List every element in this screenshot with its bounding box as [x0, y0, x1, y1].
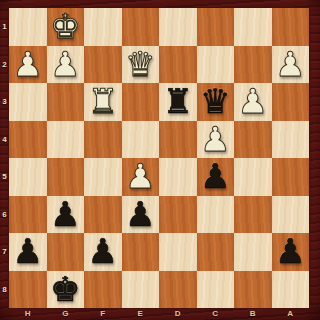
square-d4[interactable] — [159, 121, 197, 159]
square-e7[interactable] — [122, 233, 160, 271]
square-h2[interactable]: ♟ — [9, 46, 47, 84]
file-label-c: C — [209, 309, 221, 318]
white-king[interactable]: ♚ — [50, 8, 80, 45]
black-rook[interactable]: ♜ — [163, 83, 193, 120]
square-f7[interactable]: ♟ — [84, 233, 122, 271]
black-pawn[interactable]: ♟ — [200, 158, 230, 195]
white-pawn[interactable]: ♟ — [125, 158, 155, 195]
square-h1[interactable] — [9, 8, 47, 46]
square-g2[interactable]: ♟ — [47, 46, 85, 84]
square-b7[interactable] — [234, 233, 272, 271]
square-f1[interactable] — [84, 8, 122, 46]
square-e3[interactable] — [122, 83, 160, 121]
square-g4[interactable] — [47, 121, 85, 159]
file-label-e: E — [134, 309, 146, 318]
square-b3[interactable]: ♟ — [234, 83, 272, 121]
square-f5[interactable] — [84, 158, 122, 196]
square-d1[interactable] — [159, 8, 197, 46]
square-c3[interactable]: ♛ — [197, 83, 235, 121]
square-e6[interactable]: ♟ — [122, 196, 160, 234]
black-king[interactable]: ♚ — [50, 271, 80, 308]
file-label-a: A — [284, 309, 296, 318]
black-pawn[interactable]: ♟ — [88, 233, 118, 270]
square-d8[interactable] — [159, 271, 197, 309]
square-g1[interactable]: ♚ — [47, 8, 85, 46]
white-pawn[interactable]: ♟ — [238, 83, 268, 120]
square-d7[interactable] — [159, 233, 197, 271]
white-pawn[interactable]: ♟ — [200, 121, 230, 158]
square-e2[interactable]: ♛ — [122, 46, 160, 84]
white-rook[interactable]: ♜ — [88, 83, 118, 120]
square-h4[interactable] — [9, 121, 47, 159]
file-label-f: F — [97, 309, 109, 318]
white-pawn[interactable]: ♟ — [275, 46, 305, 83]
white-pawn[interactable]: ♟ — [50, 46, 80, 83]
file-label-h: H — [22, 309, 34, 318]
rank-label-6: 6 — [0, 210, 9, 219]
square-f6[interactable] — [84, 196, 122, 234]
black-pawn[interactable]: ♟ — [50, 196, 80, 233]
square-c2[interactable] — [197, 46, 235, 84]
square-b5[interactable] — [234, 158, 272, 196]
rank-label-5: 5 — [0, 172, 9, 181]
square-f4[interactable] — [84, 121, 122, 159]
white-queen[interactable]: ♛ — [125, 46, 155, 83]
square-c6[interactable] — [197, 196, 235, 234]
square-c1[interactable] — [197, 8, 235, 46]
square-b2[interactable] — [234, 46, 272, 84]
rank-label-4: 4 — [0, 135, 9, 144]
square-b8[interactable] — [234, 271, 272, 309]
file-label-b: B — [247, 309, 259, 318]
square-g5[interactable] — [47, 158, 85, 196]
square-h7[interactable]: ♟ — [9, 233, 47, 271]
black-pawn[interactable]: ♟ — [275, 233, 305, 270]
white-pawn[interactable]: ♟ — [13, 46, 43, 83]
square-b1[interactable] — [234, 8, 272, 46]
square-d3[interactable]: ♜ — [159, 83, 197, 121]
square-f2[interactable] — [84, 46, 122, 84]
square-f8[interactable] — [84, 271, 122, 309]
rank-label-7: 7 — [0, 247, 9, 256]
square-e1[interactable] — [122, 8, 160, 46]
square-b4[interactable] — [234, 121, 272, 159]
square-e5[interactable]: ♟ — [122, 158, 160, 196]
chess-board: ♚♟♟♛♟♜♜♛♟♟♟♟♟♟♟♟♟♚ — [9, 8, 309, 308]
chess-app-window: ♚♟♟♛♟♜♜♛♟♟♟♟♟♟♟♟♟♚ 12345678HGFEDCBA — [0, 0, 320, 320]
square-b6[interactable] — [234, 196, 272, 234]
square-c4[interactable]: ♟ — [197, 121, 235, 159]
black-pawn[interactable]: ♟ — [125, 196, 155, 233]
rank-label-3: 3 — [0, 97, 9, 106]
square-c7[interactable] — [197, 233, 235, 271]
square-f3[interactable]: ♜ — [84, 83, 122, 121]
square-a2[interactable]: ♟ — [272, 46, 310, 84]
square-h3[interactable] — [9, 83, 47, 121]
rank-label-8: 8 — [0, 285, 9, 294]
square-d6[interactable] — [159, 196, 197, 234]
square-g6[interactable]: ♟ — [47, 196, 85, 234]
square-e4[interactable] — [122, 121, 160, 159]
square-h8[interactable] — [9, 271, 47, 309]
square-a8[interactable] — [272, 271, 310, 309]
square-g8[interactable]: ♚ — [47, 271, 85, 309]
square-h5[interactable] — [9, 158, 47, 196]
square-c8[interactable] — [197, 271, 235, 309]
rank-label-1: 1 — [0, 22, 9, 31]
square-a4[interactable] — [272, 121, 310, 159]
square-a6[interactable] — [272, 196, 310, 234]
file-label-g: G — [59, 309, 71, 318]
square-g7[interactable] — [47, 233, 85, 271]
square-h6[interactable] — [9, 196, 47, 234]
square-a7[interactable]: ♟ — [272, 233, 310, 271]
square-c5[interactable]: ♟ — [197, 158, 235, 196]
square-d5[interactable] — [159, 158, 197, 196]
square-a5[interactable] — [272, 158, 310, 196]
square-d2[interactable] — [159, 46, 197, 84]
square-e8[interactable] — [122, 271, 160, 309]
square-a1[interactable] — [272, 8, 310, 46]
black-pawn[interactable]: ♟ — [13, 233, 43, 270]
square-g3[interactable] — [47, 83, 85, 121]
square-a3[interactable] — [272, 83, 310, 121]
black-queen[interactable]: ♛ — [200, 83, 230, 120]
file-label-d: D — [172, 309, 184, 318]
rank-label-2: 2 — [0, 60, 9, 69]
